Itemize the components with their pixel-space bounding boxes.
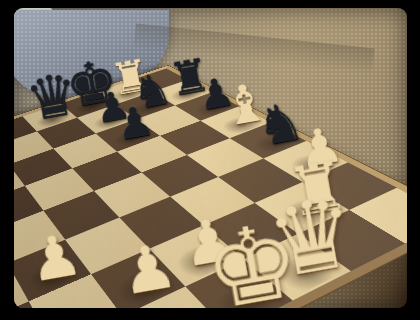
piece-black-pawn: ♟ xyxy=(113,100,157,146)
piece-black-queen: ♛ xyxy=(22,65,82,128)
photo-frame: ♛♚♜♟♞♜♟♟♝♞♟♟♟♟♜♚♛ xyxy=(0,0,420,320)
chessboard-anchor: ♛♚♜♟♞♜♟♟♝♞♟♟♟♟♜♚♛ xyxy=(14,66,407,308)
piece-white-pawn: ♟ xyxy=(115,236,180,304)
piece-white-pawn: ♟ xyxy=(24,227,85,291)
couch-background: ♛♚♜♟♞♜♟♟♝♞♟♟♟♟♜♚♛ xyxy=(14,8,407,308)
piece-white-king: ♚ xyxy=(196,208,306,308)
chessboard: ♛♚♜♟♞♜♟♟♝♞♟♟♟♟♜♚♛ xyxy=(14,66,407,308)
